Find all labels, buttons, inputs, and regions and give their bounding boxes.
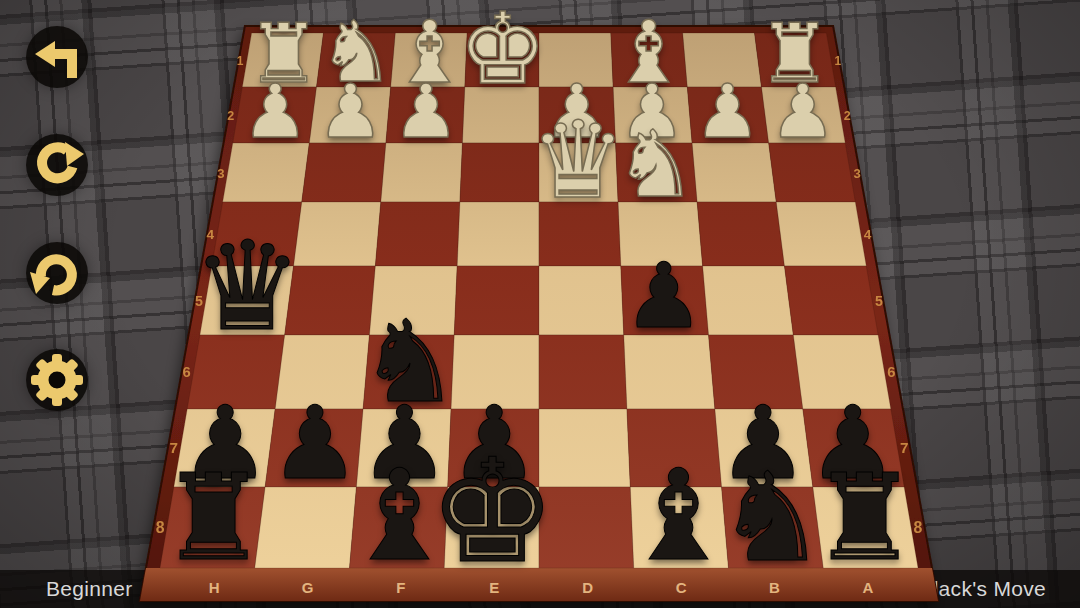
piece-black-rook-a8[interactable]: ♜ [811, 459, 918, 578]
piece-white-pawn-g2[interactable]: ♟ [317, 74, 383, 148]
back-arrow-icon [27, 27, 87, 87]
rotate-clockwise-icon [27, 135, 87, 195]
piece-white-king-e1[interactable]: ♚ [459, 0, 547, 98]
file-label-D: D [582, 579, 593, 596]
square-a5[interactable] [784, 266, 878, 335]
undo-counterclockwise-icon [27, 243, 87, 303]
undo-button[interactable] [26, 242, 88, 304]
piece-black-bishop-f8[interactable]: ♝ [343, 454, 456, 579]
square-b5[interactable] [703, 266, 794, 335]
rank-label-right-3: 3 [853, 166, 860, 181]
square-e3[interactable] [460, 143, 539, 202]
piece-black-rook-h8[interactable]: ♜ [160, 459, 267, 578]
square-d6[interactable] [539, 335, 627, 409]
file-label-G: G [302, 579, 314, 596]
rank-label-left-3: 3 [217, 166, 224, 181]
square-b4[interactable] [697, 202, 784, 266]
rank-label-left-6: 6 [183, 364, 191, 380]
rank-label-right-2: 2 [844, 109, 851, 123]
piece-white-pawn-f2[interactable]: ♟ [393, 74, 459, 148]
settings-button[interactable] [26, 349, 88, 411]
piece-black-pawn-c5[interactable]: ♟ [624, 251, 705, 341]
piece-black-queen-h5[interactable]: ♛ [192, 225, 302, 348]
square-a4[interactable] [776, 202, 866, 266]
back-button[interactable] [26, 26, 88, 88]
control-sidebar [0, 0, 120, 460]
piece-white-queen-d3[interactable]: ♛ [530, 107, 625, 214]
piece-white-pawn-a2[interactable]: ♟ [769, 74, 835, 148]
square-f4[interactable] [375, 202, 460, 266]
piece-black-bishop-c8[interactable]: ♝ [622, 454, 735, 579]
rank-label-right-4: 4 [864, 227, 872, 242]
square-g4[interactable] [294, 202, 381, 266]
rotate-button[interactable] [26, 134, 88, 196]
piece-white-pawn-h2[interactable]: ♟ [242, 74, 308, 148]
rank-label-right-5: 5 [875, 293, 883, 309]
square-e4[interactable] [457, 202, 539, 266]
piece-white-knight-c3[interactable]: ♞ [615, 119, 697, 211]
square-e5[interactable] [454, 266, 539, 335]
piece-white-pawn-b2[interactable]: ♟ [694, 74, 760, 148]
gear-icon [27, 350, 87, 410]
rank-label-left-2: 2 [227, 109, 234, 123]
rank-label-left-1: 1 [237, 54, 244, 68]
rank-label-right-1: 1 [835, 54, 842, 68]
rank-label-right-6: 6 [887, 364, 895, 380]
square-d5[interactable] [539, 266, 624, 335]
